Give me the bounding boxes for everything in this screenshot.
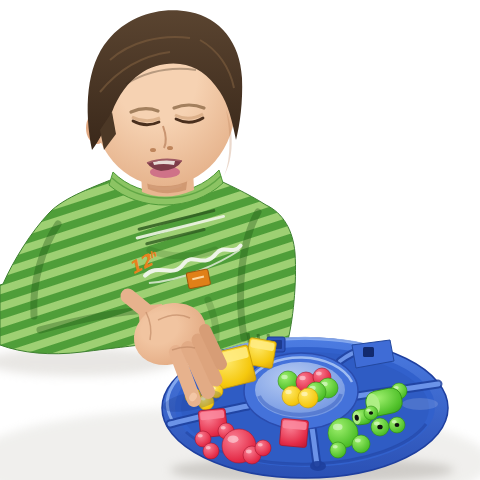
green-bead	[371, 418, 389, 436]
photo-stage: 12 th	[0, 0, 480, 480]
red-bead	[203, 443, 219, 459]
green-bead	[330, 442, 346, 458]
bead-hole	[369, 411, 373, 415]
red-bead	[255, 440, 271, 456]
green-bead	[389, 417, 405, 433]
left-nostril	[150, 148, 156, 152]
right-nostril	[167, 146, 173, 150]
yellow-bead	[298, 388, 318, 408]
tray-bottom-notch	[310, 461, 326, 471]
bead-hole	[395, 423, 400, 427]
green-bead	[364, 406, 378, 420]
red-cube	[279, 418, 308, 447]
green-bead	[352, 435, 370, 453]
scene-photo: 12 th	[0, 0, 480, 480]
bead-hole	[377, 425, 382, 430]
tab-hole	[363, 347, 374, 357]
floor-reflection	[402, 398, 438, 410]
